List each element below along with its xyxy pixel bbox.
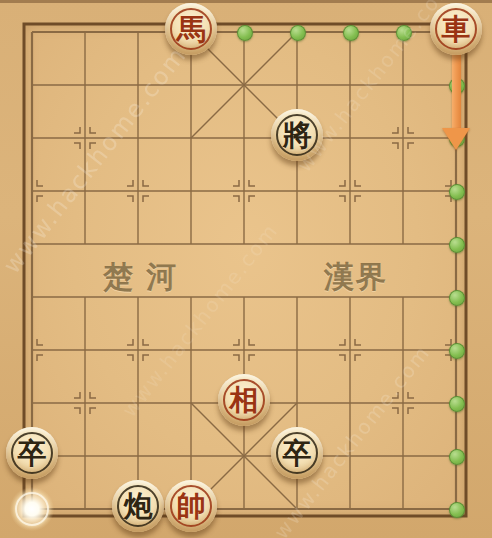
- piece-glyph: 車: [430, 3, 482, 55]
- piece-glyph: 馬: [165, 3, 217, 55]
- move-hint-dot[interactable]: [449, 290, 465, 306]
- piece-red-horse[interactable]: 馬: [165, 3, 217, 55]
- piece-black-general[interactable]: 將: [271, 109, 323, 161]
- move-hint-dot[interactable]: [449, 396, 465, 412]
- move-hint-dot[interactable]: [237, 25, 253, 41]
- move-arrow-head: [442, 128, 470, 150]
- piece-glyph: 卒: [271, 427, 323, 479]
- xiangqi-game-screen: 楚河 漢界 馬車將相卒卒炮帥 www.hackhome.comwww.hackh…: [0, 0, 492, 538]
- piece-black-cannon[interactable]: 炮: [112, 480, 164, 532]
- piece-glyph: 相: [218, 374, 270, 426]
- piece-glyph: 卒: [6, 427, 58, 479]
- piece-black-pawn-b[interactable]: 卒: [271, 427, 323, 479]
- piece-red-general[interactable]: 帥: [165, 480, 217, 532]
- board-grid: [0, 0, 492, 538]
- piece-glyph: 帥: [165, 480, 217, 532]
- piece-black-pawn-a[interactable]: 卒: [6, 427, 58, 479]
- glow-marker: [10, 487, 54, 531]
- piece-glyph: 炮: [112, 480, 164, 532]
- move-hint-dot[interactable]: [343, 25, 359, 41]
- move-hint-dot[interactable]: [290, 25, 306, 41]
- piece-red-chariot[interactable]: 車: [430, 3, 482, 55]
- move-hint-dot[interactable]: [449, 237, 465, 253]
- piece-glyph: 將: [271, 109, 323, 161]
- move-hint-dot[interactable]: [449, 449, 465, 465]
- move-hint-dot[interactable]: [449, 343, 465, 359]
- move-hint-dot[interactable]: [449, 184, 465, 200]
- move-hint-dot[interactable]: [396, 25, 412, 41]
- piece-red-elephant[interactable]: 相: [218, 374, 270, 426]
- move-hint-dot[interactable]: [449, 502, 465, 518]
